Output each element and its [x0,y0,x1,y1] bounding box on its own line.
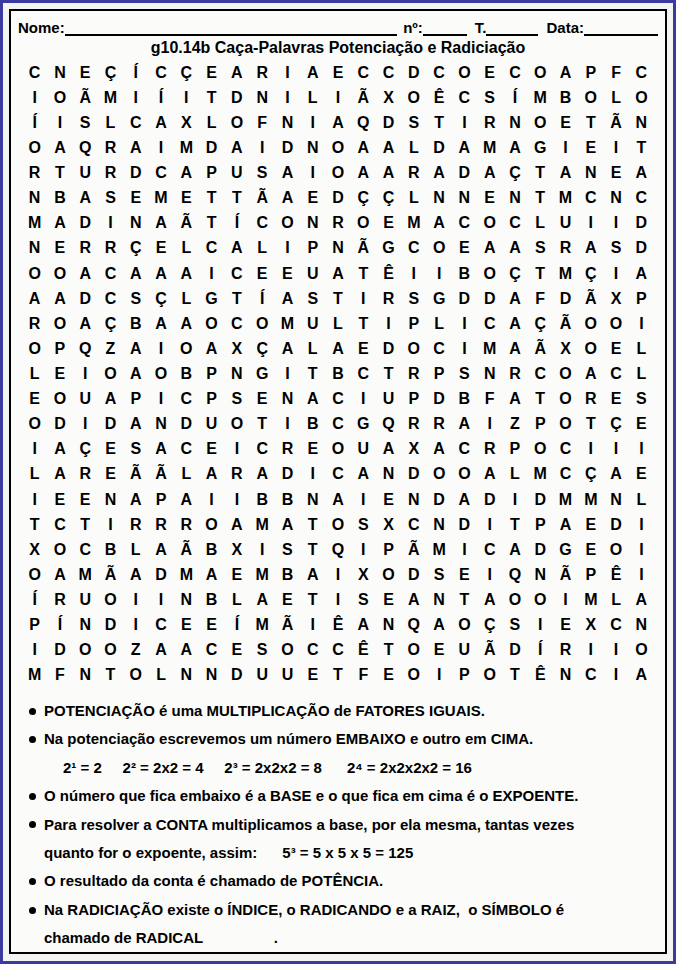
grid-cell: I [477,562,502,587]
grid-cell: I [224,437,249,462]
grid-cell: M [250,512,275,537]
grid-cell: N [123,211,148,236]
grid-cell: N [603,186,628,211]
grid-cell: C [452,211,477,236]
grid-cell: O [199,311,224,336]
grid-cell: O [351,211,376,236]
grid-cell: E [578,135,603,160]
grid-cell: L [174,236,199,261]
grid-cell: L [174,462,199,487]
grid-cell: A [123,261,148,286]
name-label: Nome: [18,20,65,36]
date-label: Data: [546,20,584,36]
grid-cell: N [578,160,603,185]
grid-cell: L [123,537,148,562]
grid-cell: A [553,60,578,85]
grid-cell: E [376,487,401,512]
grid-cell: E [578,512,603,537]
grid-cell: A [174,261,199,286]
grid-cell: A [300,60,325,85]
grid-cell: O [22,261,47,286]
grid-cell: C [553,462,578,487]
grid-cell: A [502,336,527,361]
grid-cell: S [224,387,249,412]
grid-cell: Ç [123,236,148,261]
grid-cell: E [199,437,224,462]
grid-cell: I [629,311,654,336]
grid-cell: M [553,186,578,211]
grid-cell: E [603,336,628,361]
grid-cell: I [629,562,654,587]
grid-cell: D [528,537,553,562]
grid-cell: N [426,588,451,613]
grid-cell: O [452,613,477,638]
grid-cell: Q [325,537,350,562]
note-line-examples: 2¹ = 2 2² = 2x2 = 4 2³ = 2x2x2 = 8 2⁴ = … [29,754,658,782]
grid-cell: F [47,663,72,688]
grid-cell: O [553,361,578,386]
grid-cell: C [426,336,451,361]
grid-cell: A [426,613,451,638]
grid-cell: E [477,60,502,85]
grid-cell: C [401,512,426,537]
grid-cell: D [47,412,72,437]
grid-cell: Q [73,135,98,160]
grid-cell: A [73,261,98,286]
grid-cell: R [73,236,98,261]
grid-cell: M [174,135,199,160]
grid-cell: G [553,537,578,562]
grid-cell: T [502,663,527,688]
grid-cell: P [123,387,148,412]
grid-cell: Ç [578,261,603,286]
grid-cell: X [603,286,628,311]
grid-cell: C [98,286,123,311]
grid-cell: O [553,387,578,412]
grid-cell: Ç [578,462,603,487]
instructions: POTENCIAÇÃO é uma MULTIPLICAÇÃO de FATOR… [18,697,658,953]
grid-cell: A [502,286,527,311]
grid-cell: R [224,462,249,487]
grid-cell: O [401,663,426,688]
grid-cell: I [578,437,603,462]
grid-cell: A [426,160,451,185]
grid-cell: A [300,387,325,412]
grid-cell: D [224,85,249,110]
grid-cell: R [376,286,401,311]
grid-cell: L [325,311,350,336]
grid-cell: T [528,160,553,185]
grid-cell: Ç [351,186,376,211]
grid-cell: I [148,387,173,412]
grid-cell: E [224,638,249,663]
note-text: quanto for o expoente, assim: 5³ = 5 x 5… [44,839,413,867]
grid-cell: G [351,412,376,437]
grid-cell: O [325,160,350,185]
grid-cell: C [300,638,325,663]
word-search-grid: CNEÇÍCÇEARIAECCDCOECOAPFCIOÃMIÍITDNILIÃX… [22,60,654,688]
grid-cell: A [629,663,654,688]
grid-cell: B [123,311,148,336]
grid-cell: S [452,361,477,386]
grid-cell: U [199,412,224,437]
grid-cell: I [22,638,47,663]
grid-cell: O [224,412,249,437]
note-text: O número que fica embaixo é a BASE e o q… [44,782,578,810]
grid-cell: Ç [376,186,401,211]
grid-cell: Ã [148,462,173,487]
grid-cell: C [629,60,654,85]
grid-cell: T [528,261,553,286]
grid-cell: B [275,487,300,512]
note-line: O resultado da conta é chamado de POTÊNC… [29,867,658,895]
grid-cell: I [275,85,300,110]
grid-cell: I [325,562,350,587]
grid-cell: N [300,211,325,236]
grid-cell: G [250,361,275,386]
grid-cell: I [300,110,325,135]
grid-cell: Ã [174,211,199,236]
grid-cell: U [300,261,325,286]
grid-cell: I [148,135,173,160]
grid-cell: Ã [401,537,426,562]
grid-cell: A [553,512,578,537]
grid-cell: L [300,85,325,110]
grid-cell: A [275,160,300,185]
grid-cell: T [325,286,350,311]
grid-cell: A [578,236,603,261]
header: Nome: nº: T. Data: [18,14,658,36]
grid-cell: S [401,110,426,135]
grid-cell: M [174,562,199,587]
grid-cell: Ã [98,562,123,587]
grid-cell: I [148,588,173,613]
grid-cell: E [47,361,72,386]
grid-cell: A [629,160,654,185]
grid-cell: Ç [502,261,527,286]
grid-cell: N [401,487,426,512]
grid-cell: A [426,437,451,462]
date-blank-line[interactable] [584,19,658,36]
grid-cell: Ã [553,311,578,336]
grid-cell: T [73,512,98,537]
grid-cell: A [275,512,300,537]
grid-cell: A [502,387,527,412]
grid-cell: X [376,85,401,110]
grid-cell: X [578,613,603,638]
grid-cell: Ç [477,613,502,638]
grid-cell: G [199,286,224,311]
grid-cell: A [275,286,300,311]
grid-cell: E [98,462,123,487]
grid-cell: N [553,663,578,688]
grid-cell: O [47,387,72,412]
grid-cell: A [174,487,199,512]
grid-cell: C [452,437,477,462]
grid-cell: I [325,85,350,110]
grid-cell: T [199,186,224,211]
grid-cell: I [22,487,47,512]
grid-cell: B [47,186,72,211]
grid-cell: A [426,211,451,236]
grid-cell: Ê [325,613,350,638]
grid-cell: A [477,588,502,613]
grid-cell: F [250,110,275,135]
grid-cell: S [250,638,275,663]
grid-cell: U [452,638,477,663]
grid-cell: D [426,487,451,512]
grid-cell: C [199,638,224,663]
grid-cell: D [199,135,224,160]
grid-cell: R [98,135,123,160]
bullet-dot-icon [29,736,36,743]
grid-cell: A [148,537,173,562]
grid-cell: Í [123,60,148,85]
grid-cell: I [123,588,148,613]
grid-cell: A [502,236,527,261]
grid-cell: I [98,211,123,236]
grid-cell: E [325,60,350,85]
grid-cell: A [148,211,173,236]
grid-cell: A [300,562,325,587]
grid-cell: C [148,60,173,85]
grid-cell: Q [401,613,426,638]
grid-cell: I [275,236,300,261]
grid-cell: C [98,261,123,286]
grid-cell: A [351,160,376,185]
grid-cell: I [426,663,451,688]
grid-cell: N [73,663,98,688]
grid-cell: U [275,663,300,688]
grid-cell: L [629,487,654,512]
grid-cell: T [47,160,72,185]
grid-cell: O [47,261,72,286]
grid-cell: B [199,537,224,562]
grid-cell: O [47,537,72,562]
grid-cell: E [376,211,401,236]
grid-cell: C [250,211,275,236]
grid-cell: T [300,361,325,386]
grid-cell: A [123,487,148,512]
grid-cell: A [22,286,47,311]
grid-cell: P [148,487,173,512]
grid-cell: N [528,562,553,587]
grid-cell: A [47,286,72,311]
grid-cell: E [174,186,199,211]
grid-cell: I [603,135,628,160]
grid-cell: O [553,412,578,437]
grid-cell: C [629,186,654,211]
grid-cell: Ã [553,562,578,587]
grid-cell: P [578,60,603,85]
grid-cell: L [22,361,47,386]
grid-cell: Ç [98,60,123,85]
grid-cell: O [98,588,123,613]
grid-cell: R [250,60,275,85]
grid-cell: Ç [603,412,628,437]
note-line: Na RADICIAÇÃO existe o ÍNDICE, o RADICAN… [29,896,658,924]
grid-cell: O [629,638,654,663]
grid-cell: I [452,110,477,135]
grid-cell: E [275,261,300,286]
grid-cell: A [123,412,148,437]
grid-cell: D [73,211,98,236]
grid-cell: Í [502,85,527,110]
grid-cell: O [22,412,47,437]
grid-cell: B [98,537,123,562]
grid-cell: T [351,261,376,286]
grid-cell: E [123,186,148,211]
grid-cell: G [528,135,553,160]
grid-cell: O [603,537,628,562]
grid-cell: Q [502,562,527,587]
grid-cell: Ê [603,562,628,587]
grid-cell: E [603,387,628,412]
grid-cell: X [174,110,199,135]
class-blank-line[interactable] [486,19,538,36]
grid-cell: C [325,412,350,437]
grid-cell: C [174,387,199,412]
grid-cell: I [22,85,47,110]
grid-cell: U [351,437,376,462]
grid-cell: E [452,236,477,261]
grid-cell: O [401,336,426,361]
grid-cell: P [401,387,426,412]
grid-cell: E [73,60,98,85]
grid-cell: N [47,60,72,85]
grid-cell: C [47,512,72,537]
grid-cell: P [199,361,224,386]
grid-cell: A [199,462,224,487]
grid-cell: D [376,110,401,135]
grid-cell: C [578,663,603,688]
grid-cell: D [98,412,123,437]
grid-cell: P [199,160,224,185]
grid-cell: D [629,211,654,236]
outer-frame: Nome: nº: T. Data: g10.14b Caça-Palavras… [0,0,676,964]
grid-cell: D [401,462,426,487]
grid-cell: T [502,512,527,537]
grid-cell: I [603,211,628,236]
bullet-dot-icon [29,708,36,715]
grid-cell: L [174,286,199,311]
grid-cell: I [123,613,148,638]
grid-cell: N [426,512,451,537]
grid-cell: A [123,135,148,160]
grid-cell: D [452,512,477,537]
grid-cell: N [22,236,47,261]
grid-cell: A [123,361,148,386]
grid-cell: U [250,663,275,688]
note-line: Na potenciação escrevemos um número EMBA… [29,725,658,753]
grid-cell: I [250,135,275,160]
grid-cell: Í [250,286,275,311]
grid-cell: A [325,336,350,361]
grid-cell: E [22,387,47,412]
grid-cell: X [401,437,426,462]
grid-cell: E [224,562,249,587]
grid-cell: N [98,487,123,512]
grid-cell: G [376,236,401,261]
grid-cell: A [199,336,224,361]
grid-cell: T [376,361,401,386]
grid-cell: R [502,361,527,386]
grid-cell: Ç [528,311,553,336]
grid-cell: L [528,211,553,236]
grid-cell: P [426,361,451,386]
grid-cell: U [224,160,249,185]
grid-cell: Ã [351,85,376,110]
grid-cell: G [426,286,451,311]
grid-cell: Ê [528,663,553,688]
number-blank-line[interactable] [423,19,467,36]
grid-cell: M [22,211,47,236]
grid-cell: B [199,588,224,613]
grid-cell: I [603,437,628,462]
grid-cell: N [452,186,477,211]
grid-cell: M [148,186,173,211]
grid-cell: A [502,537,527,562]
grid-cell: L [199,110,224,135]
grid-cell: I [351,387,376,412]
grid-cell: R [73,462,98,487]
grid-cell: C [553,437,578,462]
grid-cell: N [300,135,325,160]
grid-cell: A [224,512,249,537]
grid-cell: N [477,361,502,386]
grid-cell: R [401,361,426,386]
grid-cell: Ê [351,638,376,663]
grid-cell: A [629,261,654,286]
grid-cell: U [553,211,578,236]
grid-cell: B [553,85,578,110]
grid-cell: O [123,663,148,688]
grid-cell: X [224,537,249,562]
grid-cell: O [629,85,654,110]
grid-cell: S [351,512,376,537]
grid-cell: E [199,60,224,85]
grid-cell: I [629,537,654,562]
grid-cell: S [528,236,553,261]
class-label: T. [475,20,487,36]
grid-cell: T [224,186,249,211]
grid-cell: D [603,512,628,537]
grid-cell: D [148,562,173,587]
grid-cell: I [73,361,98,386]
grid-cell: N [426,186,451,211]
grid-cell: O [376,562,401,587]
grid-cell: O [325,437,350,462]
grid-cell: I [376,311,401,336]
grid-cell: C [73,537,98,562]
grid-cell: C [351,60,376,85]
grid-cell: E [300,437,325,462]
grid-cell: E [47,487,72,512]
name-blank-line[interactable] [65,19,398,36]
grid-cell: O [452,60,477,85]
grid-cell: A [199,562,224,587]
grid-cell: Ê [426,85,451,110]
grid-cell: N [629,613,654,638]
grid-cell: O [47,85,72,110]
grid-cell: O [603,311,628,336]
grid-cell: D [502,638,527,663]
grid-cell: N [300,487,325,512]
grid-cell: A [553,160,578,185]
grid-cell: P [629,286,654,311]
grid-cell: I [452,311,477,336]
grid-cell: I [199,487,224,512]
